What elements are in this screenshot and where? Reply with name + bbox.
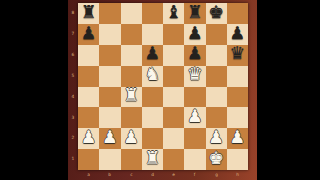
square-a2: ♟ — [78, 128, 99, 149]
square-g7 — [206, 24, 227, 45]
piece-black-pawn-f6: ♟ — [187, 45, 203, 63]
square-e5 — [163, 66, 184, 87]
square-g4 — [206, 87, 227, 108]
piece-white-queen-f5: ♛ — [187, 66, 203, 84]
piece-white-pawn-b2: ♟ — [102, 129, 118, 147]
piece-black-rook-f8: ♜ — [187, 4, 203, 22]
square-e7 — [163, 24, 184, 45]
square-e8: ♝ — [163, 3, 184, 24]
rank-label-1: 1 — [69, 156, 76, 162]
square-f8: ♜ — [184, 3, 205, 24]
square-g6 — [206, 45, 227, 66]
file-label-f: f — [187, 172, 202, 178]
square-e1 — [163, 149, 184, 170]
square-c3 — [121, 107, 142, 128]
square-f1 — [184, 149, 205, 170]
rank-label-2: 2 — [69, 136, 76, 142]
rank-label-7: 7 — [69, 31, 76, 37]
square-b8 — [99, 3, 120, 24]
rank-label-8: 8 — [69, 10, 76, 16]
square-d2 — [142, 128, 163, 149]
square-f4 — [184, 87, 205, 108]
square-d8 — [142, 3, 163, 24]
rank-label-4: 4 — [69, 94, 76, 100]
square-h2: ♟ — [227, 128, 248, 149]
square-d4 — [142, 87, 163, 108]
square-g5 — [206, 66, 227, 87]
file-label-h: h — [230, 172, 245, 178]
square-g8: ♚ — [206, 3, 227, 24]
square-h8 — [227, 3, 248, 24]
square-c6 — [121, 45, 142, 66]
square-g2: ♟ — [206, 128, 227, 149]
piece-white-pawn-h2: ♟ — [230, 129, 246, 147]
piece-white-knight-d5: ♞ — [145, 66, 161, 84]
square-b6 — [99, 45, 120, 66]
square-f2 — [184, 128, 205, 149]
square-a8: ♜ — [78, 3, 99, 24]
square-e3 — [163, 107, 184, 128]
rank-label-3: 3 — [69, 115, 76, 121]
square-f5: ♛ — [184, 66, 205, 87]
square-d3 — [142, 107, 163, 128]
piece-white-rook-c4: ♜ — [123, 87, 139, 105]
square-d7 — [142, 24, 163, 45]
piece-black-rook-a8: ♜ — [81, 4, 97, 22]
piece-black-bishop-e8: ♝ — [166, 4, 182, 22]
file-label-d: d — [145, 172, 160, 178]
square-h4 — [227, 87, 248, 108]
file-label-c: c — [123, 172, 138, 178]
square-c7 — [121, 24, 142, 45]
piece-white-pawn-g2: ♟ — [208, 129, 224, 147]
square-g3 — [206, 107, 227, 128]
square-c2: ♟ — [121, 128, 142, 149]
square-a1 — [78, 149, 99, 170]
piece-black-pawn-f7: ♟ — [187, 25, 203, 43]
square-f7: ♟ — [184, 24, 205, 45]
piece-white-pawn-c2: ♟ — [123, 129, 139, 147]
square-a5 — [78, 66, 99, 87]
square-b1 — [99, 149, 120, 170]
square-d5: ♞ — [142, 66, 163, 87]
square-h3 — [227, 107, 248, 128]
square-c5 — [121, 66, 142, 87]
square-h1 — [227, 149, 248, 170]
rank-label-6: 6 — [69, 52, 76, 58]
chess-board: ♜♝♜♚♟♟♟♟♟♛♞♛♜♟♟♟♟♟♟♜♚ — [78, 3, 248, 170]
piece-white-king-g1: ♚ — [208, 150, 224, 168]
square-a7: ♟ — [78, 24, 99, 45]
video-frame: ♜♝♜♚♟♟♟♟♟♛♞♛♜♟♟♟♟♟♟♜♚ 87654321 abcdefgh — [0, 0, 320, 180]
file-label-g: g — [208, 172, 223, 178]
file-label-b: b — [102, 172, 117, 178]
square-c8 — [121, 3, 142, 24]
square-b5 — [99, 66, 120, 87]
square-h6: ♛ — [227, 45, 248, 66]
piece-black-pawn-a7: ♟ — [81, 25, 97, 43]
square-e4 — [163, 87, 184, 108]
square-e2 — [163, 128, 184, 149]
piece-white-pawn-f3: ♟ — [187, 108, 203, 126]
rank-label-5: 5 — [69, 73, 76, 79]
square-a6 — [78, 45, 99, 66]
square-d1: ♜ — [142, 149, 163, 170]
square-f6: ♟ — [184, 45, 205, 66]
square-e6 — [163, 45, 184, 66]
square-b7 — [99, 24, 120, 45]
chess-board-frame: ♜♝♜♚♟♟♟♟♟♛♞♛♜♟♟♟♟♟♟♜♚ 87654321 abcdefgh — [68, 0, 257, 180]
square-d6: ♟ — [142, 45, 163, 66]
square-h7: ♟ — [227, 24, 248, 45]
piece-white-pawn-a2: ♟ — [81, 129, 97, 147]
piece-black-king-g8: ♚ — [208, 4, 224, 22]
file-label-a: a — [81, 172, 96, 178]
piece-black-pawn-h7: ♟ — [230, 25, 246, 43]
square-h5 — [227, 66, 248, 87]
piece-black-pawn-d6: ♟ — [145, 45, 161, 63]
square-c1 — [121, 149, 142, 170]
square-b2: ♟ — [99, 128, 120, 149]
square-g1: ♚ — [206, 149, 227, 170]
square-c4: ♜ — [121, 87, 142, 108]
file-label-e: e — [166, 172, 181, 178]
square-a3 — [78, 107, 99, 128]
piece-black-queen-h6: ♛ — [230, 45, 246, 63]
piece-white-rook-d1: ♜ — [145, 150, 161, 168]
square-a4 — [78, 87, 99, 108]
square-f3: ♟ — [184, 107, 205, 128]
square-b3 — [99, 107, 120, 128]
square-b4 — [99, 87, 120, 108]
